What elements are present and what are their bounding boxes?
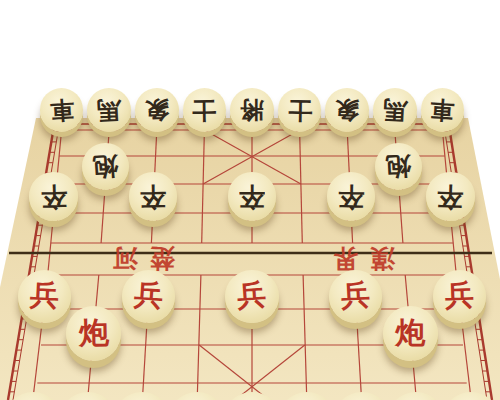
piece-black-general[interactable]: 將 [230,88,274,132]
piece-character: 兵 [132,275,164,317]
piece-character: 兵 [340,275,371,316]
piece-red-soldier[interactable]: 兵 [433,270,486,323]
piece-character: 卒 [437,179,464,215]
piece-red-advisor[interactable]: 仕 [278,392,336,400]
piece-character: 炮 [385,149,412,183]
piece-black-cannon[interactable]: 炮 [82,143,129,190]
piece-black-soldier[interactable]: 卒 [426,172,474,220]
piece-character: 車 [49,93,75,127]
piece-black-soldier[interactable]: 卒 [129,172,177,220]
piece-red-soldier[interactable]: 兵 [18,270,71,323]
piece-red-elephant[interactable]: 相 [113,392,171,400]
piece-red-elephant[interactable]: 相 [333,392,391,400]
piece-character: 馬 [96,93,122,126]
piece-red-horse[interactable]: 馬 [59,392,117,400]
piece-character: 兵 [29,275,60,316]
piece-black-advisor[interactable]: 士 [183,88,227,132]
pieces-layer: 車馬象士將士象馬車炮炮卒卒卒卒卒兵兵兵兵兵炮炮車馬相仕帥仕相馬車 [0,0,500,400]
piece-character: 卒 [139,179,166,214]
piece-black-soldier[interactable]: 卒 [29,172,77,220]
piece-black-elephant[interactable]: 象 [135,88,179,132]
piece-red-chariot[interactable]: 車 [442,392,500,400]
piece-black-horse[interactable]: 馬 [87,88,131,132]
piece-black-chariot[interactable]: 車 [40,88,84,132]
piece-black-soldier[interactable]: 卒 [327,172,375,220]
piece-black-elephant[interactable]: 象 [325,88,369,132]
piece-red-chariot[interactable]: 車 [4,392,62,400]
piece-character: 兵 [444,276,474,317]
piece-character: 士 [192,94,217,126]
piece-black-cannon[interactable]: 炮 [375,143,422,190]
piece-character: 炮 [78,313,109,355]
piece-red-soldier[interactable]: 兵 [225,270,278,323]
piece-character: 馬 [382,93,408,126]
piece-red-advisor[interactable]: 仕 [168,392,226,400]
piece-character: 卒 [239,179,265,214]
piece-character: 炮 [395,313,425,354]
piece-character: 卒 [338,179,365,214]
piece-character: 炮 [92,149,119,184]
piece-black-soldier[interactable]: 卒 [228,172,276,220]
piece-character: 卒 [40,179,67,215]
piece-character: 將 [240,94,264,126]
piece-black-advisor[interactable]: 士 [278,88,322,132]
piece-character: 士 [287,94,312,126]
piece-red-general[interactable]: 帥 [223,392,281,400]
piece-red-horse[interactable]: 馬 [387,392,445,400]
piece-black-chariot[interactable]: 車 [421,88,465,132]
piece-character: 兵 [236,275,268,317]
piece-red-cannon[interactable]: 炮 [383,306,438,361]
piece-black-horse[interactable]: 馬 [373,88,417,132]
piece-red-soldier[interactable]: 兵 [329,270,382,323]
piece-red-cannon[interactable]: 炮 [66,306,121,361]
piece-character: 車 [429,93,455,127]
xiangqi-photo-frame: 楚河 漢界 車馬象士將士象馬車炮炮卒卒卒卒卒兵兵兵兵兵炮炮車馬相仕帥仕相馬車 [0,0,500,400]
piece-character: 象 [144,93,169,126]
piece-red-soldier[interactable]: 兵 [122,270,175,323]
piece-character: 象 [335,93,360,126]
